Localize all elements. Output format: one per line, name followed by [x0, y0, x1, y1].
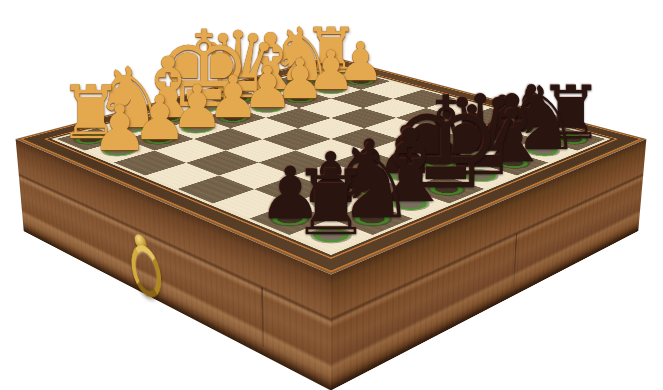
- square[interactable]: [186, 150, 258, 175]
- square[interactable]: [155, 139, 225, 163]
- square[interactable]: [291, 189, 370, 219]
- chess-board: [16, 56, 647, 274]
- square[interactable]: [219, 163, 293, 189]
- pull-ring-icon: [130, 239, 162, 304]
- square[interactable]: [403, 150, 475, 175]
- chess-set-photo: ♜♞♝♛♚♝♞♜♟♟♟♟♟♟♟♟♟♟♟♟♟♟♟♟♜♞♝♛♚♝♞♜: [0, 0, 663, 390]
- square[interactable]: [294, 163, 368, 189]
- square[interactable]: [331, 175, 408, 203]
- drawer-seam: [261, 287, 264, 347]
- square[interactable]: [368, 163, 442, 189]
- square[interactable]: [296, 139, 366, 163]
- box-seam: [513, 233, 517, 288]
- drawer-ring-pull: [127, 229, 156, 294]
- square[interactable]: [289, 219, 373, 253]
- square[interactable]: [254, 175, 331, 203]
- square[interactable]: [331, 203, 412, 235]
